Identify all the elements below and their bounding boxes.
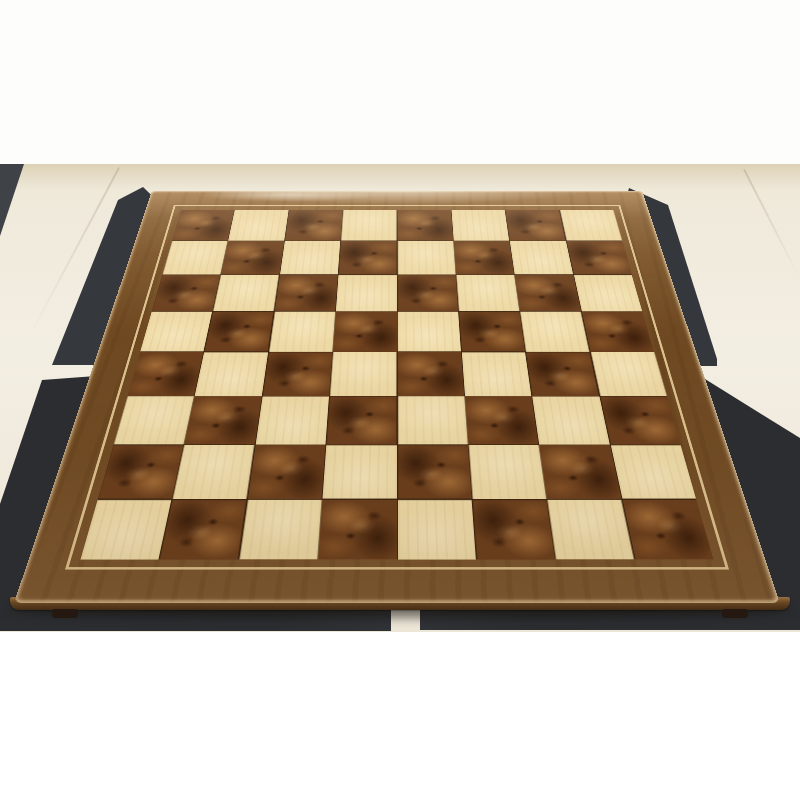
square-r3c6 <box>456 275 519 311</box>
square-r5c8 <box>590 352 666 396</box>
square-r3c4 <box>336 275 397 311</box>
square-r2c8 <box>566 241 631 274</box>
square-r1c5 <box>397 210 453 241</box>
board-foot-right <box>722 609 748 618</box>
square-r8c5 <box>397 499 475 559</box>
square-r2c1 <box>162 241 227 274</box>
table-surface <box>0 164 800 632</box>
square-r5c3 <box>262 352 332 396</box>
square-r5c6 <box>462 352 532 396</box>
square-r8c1 <box>81 499 172 559</box>
square-r2c2 <box>221 241 284 274</box>
square-r3c8 <box>574 275 643 311</box>
square-r5c1 <box>128 352 204 396</box>
square-r3c5 <box>397 275 458 311</box>
square-r7c5 <box>397 445 471 499</box>
square-r6c7 <box>532 396 609 444</box>
square-r1c6 <box>451 210 509 241</box>
board-grid <box>81 210 714 559</box>
square-r5c7 <box>526 352 599 396</box>
square-r3c3 <box>275 275 338 311</box>
table-seam-right <box>743 169 800 279</box>
square-r6c3 <box>255 396 329 444</box>
square-r8c2 <box>160 499 247 559</box>
square-r3c1 <box>152 275 221 311</box>
square-r5c5 <box>397 352 464 396</box>
square-r8c4 <box>318 499 396 559</box>
square-r5c4 <box>330 352 397 396</box>
square-r8c6 <box>472 499 555 559</box>
square-r4c1 <box>140 312 212 352</box>
square-r6c5 <box>397 396 467 444</box>
square-r5c2 <box>195 352 268 396</box>
square-r7c1 <box>98 445 184 499</box>
square-r7c6 <box>468 445 546 499</box>
square-r7c3 <box>248 445 326 499</box>
square-r6c4 <box>326 396 396 444</box>
square-r1c3 <box>285 210 343 241</box>
backdrop-top <box>0 0 800 164</box>
square-r4c5 <box>397 312 461 352</box>
square-r4c4 <box>333 312 397 352</box>
square-r6c8 <box>600 396 681 444</box>
square-r7c7 <box>539 445 621 499</box>
square-r1c8 <box>560 210 622 241</box>
square-r4c7 <box>520 312 589 352</box>
backdrop-bottom <box>0 632 800 800</box>
square-r1c1 <box>172 210 234 241</box>
square-r2c4 <box>339 241 397 274</box>
square-r8c3 <box>239 499 322 559</box>
square-r1c4 <box>341 210 397 241</box>
square-r7c4 <box>323 445 397 499</box>
square-r3c2 <box>213 275 279 311</box>
square-r6c6 <box>465 396 539 444</box>
square-r6c2 <box>184 396 261 444</box>
square-r2c7 <box>510 241 573 274</box>
square-r4c3 <box>269 312 335 352</box>
photo-canvas <box>0 0 800 800</box>
board-foot-left <box>52 609 78 618</box>
square-r4c6 <box>459 312 525 352</box>
square-r3c7 <box>515 275 581 311</box>
square-r7c8 <box>611 445 697 499</box>
square-r1c7 <box>506 210 566 241</box>
square-r1c2 <box>228 210 288 241</box>
square-r4c8 <box>582 312 654 352</box>
square-r7c2 <box>173 445 255 499</box>
square-r2c5 <box>397 241 455 274</box>
square-r6c1 <box>114 396 195 444</box>
square-r2c6 <box>454 241 514 274</box>
square-r8c7 <box>547 499 634 559</box>
square-r2c3 <box>280 241 340 274</box>
square-r4c2 <box>205 312 274 352</box>
